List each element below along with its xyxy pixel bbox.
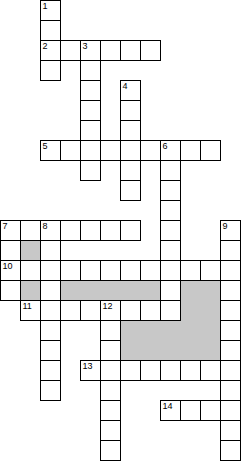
letter-cell[interactable] <box>220 220 241 241</box>
shaded-cell <box>180 340 201 361</box>
letter-cell[interactable] <box>120 300 141 321</box>
letter-cell[interactable] <box>200 140 221 161</box>
letter-cell[interactable] <box>180 360 201 381</box>
letter-cell[interactable] <box>120 360 141 381</box>
letter-cell[interactable] <box>100 360 121 381</box>
shaded-cell <box>180 320 201 341</box>
shaded-cell <box>120 320 141 341</box>
letter-cell[interactable] <box>100 420 121 441</box>
letter-cell[interactable] <box>80 40 101 61</box>
letter-cell[interactable] <box>100 220 121 241</box>
letter-cell[interactable] <box>100 320 121 341</box>
letter-cell[interactable] <box>100 440 121 461</box>
shaded-cell <box>200 280 221 301</box>
letter-cell[interactable] <box>160 400 181 421</box>
letter-cell[interactable] <box>60 260 81 281</box>
letter-cell[interactable] <box>120 260 141 281</box>
letter-cell[interactable] <box>220 240 241 261</box>
letter-cell[interactable] <box>20 300 41 321</box>
letter-cell[interactable] <box>160 360 181 381</box>
letter-cell[interactable] <box>40 280 61 301</box>
letter-cell[interactable] <box>220 300 241 321</box>
letter-cell[interactable] <box>120 220 141 241</box>
letter-cell[interactable] <box>60 140 81 161</box>
letter-cell[interactable] <box>40 40 61 61</box>
letter-cell[interactable] <box>80 100 101 121</box>
letter-cell[interactable] <box>120 80 141 101</box>
letter-cell[interactable] <box>160 200 181 221</box>
letter-cell[interactable] <box>80 160 101 181</box>
letter-cell[interactable] <box>160 180 181 201</box>
letter-cell[interactable] <box>140 140 161 161</box>
shaded-cell <box>140 320 161 341</box>
letter-cell[interactable] <box>0 260 21 281</box>
letter-cell[interactable] <box>40 340 61 361</box>
shaded-cell <box>180 280 201 301</box>
shaded-cell <box>200 340 221 361</box>
letter-cell[interactable] <box>140 260 161 281</box>
shaded-cell <box>100 280 121 301</box>
letter-cell[interactable] <box>20 220 41 241</box>
letter-cell[interactable] <box>180 260 201 281</box>
letter-cell[interactable] <box>80 360 101 381</box>
shaded-cell <box>140 340 161 361</box>
letter-cell[interactable] <box>20 260 41 281</box>
letter-cell[interactable] <box>220 380 241 401</box>
letter-cell[interactable] <box>0 280 21 301</box>
letter-cell[interactable] <box>40 20 61 41</box>
letter-cell[interactable] <box>40 320 61 341</box>
letter-cell[interactable] <box>100 300 121 321</box>
letter-cell[interactable] <box>220 280 241 301</box>
letter-cell[interactable] <box>220 440 241 461</box>
letter-cell[interactable] <box>140 300 161 321</box>
letter-cell[interactable] <box>40 0 61 21</box>
letter-cell[interactable] <box>220 420 241 441</box>
letter-cell[interactable] <box>140 360 161 381</box>
letter-cell[interactable] <box>140 40 161 61</box>
letter-cell[interactable] <box>40 360 61 381</box>
letter-cell[interactable] <box>220 320 241 341</box>
letter-cell[interactable] <box>120 180 141 201</box>
shaded-cell <box>80 280 101 301</box>
letter-cell[interactable] <box>80 60 101 81</box>
letter-cell[interactable] <box>200 260 221 281</box>
shaded-cell <box>20 240 41 261</box>
letter-cell[interactable] <box>220 260 241 281</box>
letter-cell[interactable] <box>80 300 101 321</box>
letter-cell[interactable] <box>40 260 61 281</box>
letter-cell[interactable] <box>100 40 121 61</box>
shaded-cell <box>20 280 41 301</box>
letter-cell[interactable] <box>100 340 121 361</box>
letter-cell[interactable] <box>220 400 241 421</box>
shaded-cell <box>140 280 161 301</box>
shaded-cell <box>160 320 181 341</box>
letter-cell[interactable] <box>120 160 141 181</box>
shaded-cell <box>180 300 201 321</box>
letter-cell[interactable] <box>40 140 61 161</box>
letter-cell[interactable] <box>200 400 221 421</box>
letter-cell[interactable] <box>100 260 121 281</box>
letter-cell[interactable] <box>120 40 141 61</box>
letter-cell[interactable] <box>160 160 181 181</box>
letter-cell[interactable] <box>160 300 181 321</box>
letter-cell[interactable] <box>220 340 241 361</box>
letter-cell[interactable] <box>40 240 61 261</box>
letter-cell[interactable] <box>40 300 61 321</box>
letter-cell[interactable] <box>120 120 141 141</box>
letter-cell[interactable] <box>60 40 81 61</box>
letter-cell[interactable] <box>160 140 181 161</box>
letter-cell[interactable] <box>100 140 121 161</box>
letter-cell[interactable] <box>60 300 81 321</box>
letter-cell[interactable] <box>80 220 101 241</box>
shaded-cell <box>160 340 181 361</box>
letter-cell[interactable] <box>160 280 181 301</box>
letter-cell[interactable] <box>120 140 141 161</box>
letter-cell[interactable] <box>80 140 101 161</box>
letter-cell[interactable] <box>40 220 61 241</box>
letter-cell[interactable] <box>220 360 241 381</box>
letter-cell[interactable] <box>100 400 121 421</box>
shaded-cell <box>120 340 141 361</box>
letter-cell[interactable] <box>180 400 201 421</box>
letter-cell[interactable] <box>120 100 141 121</box>
crossword-board: 1234567891011121314 <box>0 0 241 461</box>
letter-cell[interactable] <box>200 360 221 381</box>
shaded-cell <box>200 300 221 321</box>
shaded-cell <box>200 320 221 341</box>
letter-cell[interactable] <box>80 120 101 141</box>
letter-cell[interactable] <box>160 240 181 261</box>
shaded-cell <box>120 280 141 301</box>
letter-cell[interactable] <box>40 380 61 401</box>
letter-cell[interactable] <box>180 140 201 161</box>
letter-cell[interactable] <box>40 60 61 81</box>
letter-cell[interactable] <box>160 220 181 241</box>
letter-cell[interactable] <box>60 220 81 241</box>
letter-cell[interactable] <box>80 260 101 281</box>
letter-cell[interactable] <box>0 220 21 241</box>
letter-cell[interactable] <box>0 240 21 261</box>
letter-cell[interactable] <box>100 380 121 401</box>
shaded-cell <box>60 280 81 301</box>
letter-cell[interactable] <box>160 260 181 281</box>
letter-cell[interactable] <box>80 80 101 101</box>
